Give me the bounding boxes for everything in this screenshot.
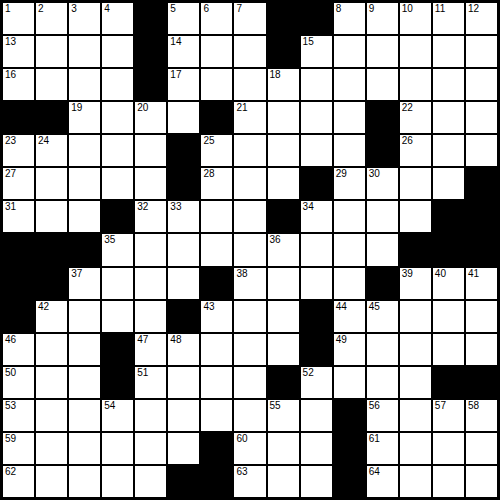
black-cell-r10c9: [301, 334, 332, 365]
black-cell-r9c5: [168, 301, 199, 332]
cell-r6c2[interactable]: [69, 201, 100, 232]
clue-number-63: 63: [236, 466, 247, 478]
clue-number-9: 9: [369, 3, 375, 15]
cell-r4c0[interactable]: 23: [3, 135, 34, 166]
clue-number-13: 13: [5, 36, 16, 48]
cell-r8c5[interactable]: [168, 268, 199, 299]
clue-number-20: 20: [137, 102, 148, 114]
cell-r4c3[interactable]: [102, 135, 133, 166]
black-cell-r7c13: [433, 234, 464, 265]
cell-r10c8[interactable]: [268, 334, 299, 365]
cell-r4c9[interactable]: [301, 135, 332, 166]
clue-number-18: 18: [270, 69, 281, 81]
clue-number-11: 11: [435, 3, 445, 15]
cell-r3c7[interactable]: 21: [234, 102, 265, 133]
cell-r10c0[interactable]: 46: [3, 334, 34, 365]
cell-r7c5[interactable]: [168, 234, 199, 265]
cell-r3c5[interactable]: [168, 102, 199, 133]
cell-r5c10[interactable]: 29: [334, 168, 365, 199]
clue-number-36: 36: [270, 234, 281, 246]
black-cell-r5c14: [466, 168, 497, 199]
cell-r10c5[interactable]: 48: [168, 334, 199, 365]
clue-number-24: 24: [38, 135, 49, 147]
black-cell-r11c14: [466, 367, 497, 398]
cell-r9c8[interactable]: [268, 301, 299, 332]
clue-number-17: 17: [170, 69, 181, 81]
cell-r11c5[interactable]: [168, 367, 199, 398]
clue-number-46: 46: [5, 334, 16, 346]
cell-r5c4[interactable]: [135, 168, 166, 199]
cell-r12c5[interactable]: [168, 400, 199, 431]
cell-r5c7[interactable]: [234, 168, 265, 199]
cell-r13c12[interactable]: [400, 433, 431, 464]
cell-r5c11[interactable]: 30: [367, 168, 398, 199]
black-cell-r1c8: [268, 36, 299, 67]
black-cell-r4c5: [168, 135, 199, 166]
cell-r12c6[interactable]: [201, 400, 232, 431]
cell-r1c13[interactable]: [433, 36, 464, 67]
clue-number-4: 4: [104, 3, 110, 15]
clue-number-33: 33: [170, 201, 181, 213]
black-cell-r3c1: [36, 102, 67, 133]
cell-r3c12[interactable]: 22: [400, 102, 431, 133]
clue-number-7: 7: [236, 3, 242, 15]
cell-r1c9[interactable]: 15: [301, 36, 332, 67]
black-cell-r7c12: [400, 234, 431, 265]
clue-number-37: 37: [71, 268, 82, 280]
black-cell-r7c1: [36, 234, 67, 265]
cell-r0c14[interactable]: 12: [466, 3, 497, 34]
cell-r4c6[interactable]: 25: [201, 135, 232, 166]
black-cell-r13c6: [201, 433, 232, 464]
clue-number-8: 8: [336, 3, 342, 15]
cell-r14c4[interactable]: [135, 466, 166, 497]
cell-r14c7[interactable]: 63: [234, 466, 265, 497]
cell-r9c11[interactable]: 45: [367, 301, 398, 332]
cell-r11c2[interactable]: [69, 367, 100, 398]
clue-number-23: 23: [5, 135, 16, 147]
cell-r10c2[interactable]: [69, 334, 100, 365]
cell-r9c2[interactable]: [69, 301, 100, 332]
cell-r1c14[interactable]: [466, 36, 497, 67]
cell-r3c9[interactable]: [301, 102, 332, 133]
clue-number-64: 64: [369, 466, 380, 478]
cell-r6c9[interactable]: 34: [301, 201, 332, 232]
cell-r4c7[interactable]: [234, 135, 265, 166]
cell-r4c14[interactable]: [466, 135, 497, 166]
black-cell-r7c14: [466, 234, 497, 265]
black-cell-r1c4: [135, 36, 166, 67]
cell-r12c9[interactable]: [301, 400, 332, 431]
clue-number-56: 56: [369, 400, 380, 412]
cell-r4c12[interactable]: 26: [400, 135, 431, 166]
cell-r1c2[interactable]: [69, 36, 100, 67]
cell-r6c1[interactable]: [36, 201, 67, 232]
cell-r13c9[interactable]: [301, 433, 332, 464]
cell-r9c13[interactable]: [433, 301, 464, 332]
clue-number-31: 31: [5, 201, 16, 213]
black-cell-r13c10: [334, 433, 365, 464]
black-cell-r0c9: [301, 3, 332, 34]
clue-number-19: 19: [71, 102, 82, 114]
cell-r0c3[interactable]: 4: [102, 3, 133, 34]
cell-r0c0[interactable]: 1: [3, 3, 34, 34]
cell-r13c2[interactable]: [69, 433, 100, 464]
clue-number-34: 34: [303, 201, 314, 213]
cell-r14c8[interactable]: [268, 466, 299, 497]
cell-r14c12[interactable]: [400, 466, 431, 497]
cell-r13c11[interactable]: 61: [367, 433, 398, 464]
crossword-board: 1234567891011121314151617181920212223242…: [0, 0, 500, 500]
cell-r10c12[interactable]: [400, 334, 431, 365]
cell-r14c1[interactable]: [36, 466, 67, 497]
clue-number-5: 5: [170, 3, 176, 15]
cell-r9c4[interactable]: [135, 301, 166, 332]
clue-number-22: 22: [402, 102, 413, 114]
cell-r2c9[interactable]: [301, 69, 332, 100]
cell-r9c1[interactable]: 42: [36, 301, 67, 332]
cell-r11c7[interactable]: [234, 367, 265, 398]
cell-r0c12[interactable]: 10: [400, 3, 431, 34]
cell-r8c9[interactable]: [301, 268, 332, 299]
cell-r1c1[interactable]: [36, 36, 67, 67]
cell-r9c3[interactable]: [102, 301, 133, 332]
cell-r5c0[interactable]: 27: [3, 168, 34, 199]
cell-r13c14[interactable]: [466, 433, 497, 464]
clue-number-40: 40: [435, 268, 446, 280]
cell-r14c3[interactable]: [102, 466, 133, 497]
cell-r11c6[interactable]: [201, 367, 232, 398]
cell-r0c1[interactable]: 2: [36, 3, 67, 34]
clue-number-29: 29: [336, 168, 347, 180]
cell-r0c10[interactable]: 8: [334, 3, 365, 34]
cell-r2c8[interactable]: 18: [268, 69, 299, 100]
black-cell-r9c0: [3, 301, 34, 332]
cell-r0c6[interactable]: 6: [201, 3, 232, 34]
cell-r11c1[interactable]: [36, 367, 67, 398]
cell-r9c6[interactable]: 43: [201, 301, 232, 332]
cell-r11c4[interactable]: 51: [135, 367, 166, 398]
cell-r3c8[interactable]: [268, 102, 299, 133]
clue-number-62: 62: [5, 466, 16, 478]
cell-r6c4[interactable]: 32: [135, 201, 166, 232]
cell-r0c7[interactable]: 7: [234, 3, 265, 34]
cell-r2c10[interactable]: [334, 69, 365, 100]
cell-r2c1[interactable]: [36, 69, 67, 100]
cell-r14c2[interactable]: [69, 466, 100, 497]
clue-number-15: 15: [303, 36, 314, 48]
clue-number-28: 28: [203, 168, 214, 180]
cell-r11c11[interactable]: [367, 367, 398, 398]
clue-number-26: 26: [402, 135, 413, 147]
cell-r0c13[interactable]: 11: [433, 3, 464, 34]
cell-r2c12[interactable]: [400, 69, 431, 100]
cell-r2c3[interactable]: [102, 69, 133, 100]
cell-r5c8[interactable]: [268, 168, 299, 199]
cell-r8c2[interactable]: 37: [69, 268, 100, 299]
black-cell-r14c6: [201, 466, 232, 497]
black-cell-r14c5: [168, 466, 199, 497]
black-cell-r5c9: [301, 168, 332, 199]
cell-r4c1[interactable]: 24: [36, 135, 67, 166]
cell-r12c8[interactable]: 55: [268, 400, 299, 431]
clue-number-25: 25: [203, 135, 214, 147]
clue-number-14: 14: [170, 36, 181, 48]
cell-r1c6[interactable]: [201, 36, 232, 67]
cell-r4c4[interactable]: [135, 135, 166, 166]
clue-number-1: 1: [5, 3, 11, 15]
clue-number-30: 30: [369, 168, 380, 180]
clue-number-49: 49: [336, 334, 347, 346]
clue-number-52: 52: [303, 367, 314, 379]
crossword-grid: 1234567891011121314151617181920212223242…: [3, 3, 497, 497]
black-cell-r11c8: [268, 367, 299, 398]
cell-r6c11[interactable]: [367, 201, 398, 232]
cell-r8c14[interactable]: 41: [466, 268, 497, 299]
cell-r8c3[interactable]: [102, 268, 133, 299]
cell-r5c13[interactable]: [433, 168, 464, 199]
clue-number-55: 55: [270, 400, 281, 412]
cell-r13c5[interactable]: [168, 433, 199, 464]
black-cell-r7c2: [69, 234, 100, 265]
cell-r1c11[interactable]: [367, 36, 398, 67]
black-cell-r6c3: [102, 201, 133, 232]
black-cell-r9c9: [301, 301, 332, 332]
cell-r5c12[interactable]: [400, 168, 431, 199]
cell-r10c1[interactable]: [36, 334, 67, 365]
cell-r14c14[interactable]: [466, 466, 497, 497]
cell-r2c11[interactable]: [367, 69, 398, 100]
black-cell-r0c8: [268, 3, 299, 34]
black-cell-r6c8: [268, 201, 299, 232]
clue-number-43: 43: [203, 301, 214, 313]
black-cell-r12c10: [334, 400, 365, 431]
clue-number-57: 57: [435, 400, 446, 412]
cell-r7c8[interactable]: 36: [268, 234, 299, 265]
cell-r4c10[interactable]: [334, 135, 365, 166]
clue-number-32: 32: [137, 201, 148, 213]
cell-r10c13[interactable]: [433, 334, 464, 365]
cell-r5c3[interactable]: [102, 168, 133, 199]
cell-r12c4[interactable]: [135, 400, 166, 431]
cell-r13c1[interactable]: [36, 433, 67, 464]
clue-number-2: 2: [38, 3, 44, 15]
clue-number-58: 58: [468, 400, 479, 412]
cell-r13c13[interactable]: [433, 433, 464, 464]
cell-r5c1[interactable]: [36, 168, 67, 199]
cell-r3c4[interactable]: 20: [135, 102, 166, 133]
cell-r10c10[interactable]: 49: [334, 334, 365, 365]
cell-r3c2[interactable]: 19: [69, 102, 100, 133]
clue-number-50: 50: [5, 367, 16, 379]
cell-r9c14[interactable]: [466, 301, 497, 332]
cell-r1c10[interactable]: [334, 36, 365, 67]
cell-r12c3[interactable]: 54: [102, 400, 133, 431]
cell-r6c6[interactable]: [201, 201, 232, 232]
cell-r13c7[interactable]: 60: [234, 433, 265, 464]
black-cell-r11c3: [102, 367, 133, 398]
cell-r2c0[interactable]: 16: [3, 69, 34, 100]
cell-r14c11[interactable]: 64: [367, 466, 398, 497]
black-cell-r3c11: [367, 102, 398, 133]
black-cell-r8c11: [367, 268, 398, 299]
black-cell-r10c3: [102, 334, 133, 365]
cell-r2c14[interactable]: [466, 69, 497, 100]
cell-r4c8[interactable]: [268, 135, 299, 166]
cell-r0c5[interactable]: 5: [168, 3, 199, 34]
clue-number-6: 6: [203, 3, 209, 15]
clue-number-42: 42: [38, 301, 49, 313]
cell-r9c10[interactable]: 44: [334, 301, 365, 332]
cell-r1c5[interactable]: 14: [168, 36, 199, 67]
cell-r1c12[interactable]: [400, 36, 431, 67]
cell-r3c13[interactable]: [433, 102, 464, 133]
black-cell-r14c10: [334, 466, 365, 497]
black-cell-r8c0: [3, 268, 34, 299]
clue-number-35: 35: [104, 234, 115, 246]
cell-r6c5[interactable]: 33: [168, 201, 199, 232]
cell-r6c12[interactable]: [400, 201, 431, 232]
clue-number-3: 3: [71, 3, 77, 15]
cell-r3c14[interactable]: [466, 102, 497, 133]
cell-r12c14[interactable]: 58: [466, 400, 497, 431]
clue-number-51: 51: [137, 367, 148, 379]
cell-r10c7[interactable]: [234, 334, 265, 365]
black-cell-r4c11: [367, 135, 398, 166]
cell-r12c13[interactable]: 57: [433, 400, 464, 431]
cell-r10c6[interactable]: [201, 334, 232, 365]
cell-r1c0[interactable]: 13: [3, 36, 34, 67]
cell-r6c10[interactable]: [334, 201, 365, 232]
cell-r13c8[interactable]: [268, 433, 299, 464]
cell-r12c0[interactable]: 53: [3, 400, 34, 431]
clue-number-21: 21: [236, 102, 247, 114]
black-cell-r2c4: [135, 69, 166, 100]
clue-number-53: 53: [5, 400, 16, 412]
clue-number-59: 59: [5, 433, 16, 445]
cell-r11c9[interactable]: 52: [301, 367, 332, 398]
clue-number-39: 39: [402, 268, 413, 280]
cell-r2c13[interactable]: [433, 69, 464, 100]
black-cell-r3c0: [3, 102, 34, 133]
cell-r7c6[interactable]: [201, 234, 232, 265]
black-cell-r3c6: [201, 102, 232, 133]
cell-r2c2[interactable]: [69, 69, 100, 100]
cell-r12c12[interactable]: [400, 400, 431, 431]
black-cell-r7c0: [3, 234, 34, 265]
cell-r14c0[interactable]: 62: [3, 466, 34, 497]
black-cell-r11c13: [433, 367, 464, 398]
cell-r10c11[interactable]: [367, 334, 398, 365]
cell-r5c6[interactable]: 28: [201, 168, 232, 199]
cell-r10c4[interactable]: 47: [135, 334, 166, 365]
clue-number-48: 48: [170, 334, 181, 346]
clue-number-54: 54: [104, 400, 115, 412]
clue-number-12: 12: [468, 3, 479, 15]
black-cell-r8c1: [36, 268, 67, 299]
cell-r8c13[interactable]: 40: [433, 268, 464, 299]
cell-r2c6[interactable]: [201, 69, 232, 100]
cell-r8c8[interactable]: [268, 268, 299, 299]
cell-r5c2[interactable]: [69, 168, 100, 199]
cell-r7c10[interactable]: [334, 234, 365, 265]
clue-number-44: 44: [336, 301, 347, 313]
cell-r2c5[interactable]: 17: [168, 69, 199, 100]
clue-number-60: 60: [236, 433, 247, 445]
cell-r7c11[interactable]: [367, 234, 398, 265]
cell-r12c1[interactable]: [36, 400, 67, 431]
cell-r7c4[interactable]: [135, 234, 166, 265]
cell-r12c11[interactable]: 56: [367, 400, 398, 431]
cell-r7c3[interactable]: 35: [102, 234, 133, 265]
cell-r3c3[interactable]: [102, 102, 133, 133]
cell-r9c12[interactable]: [400, 301, 431, 332]
cell-r4c13[interactable]: [433, 135, 464, 166]
cell-r2c7[interactable]: [234, 69, 265, 100]
black-cell-r6c14: [466, 201, 497, 232]
cell-r13c3[interactable]: [102, 433, 133, 464]
cell-r9c7[interactable]: [234, 301, 265, 332]
clue-number-41: 41: [468, 268, 479, 280]
cell-r1c3[interactable]: [102, 36, 133, 67]
clue-number-16: 16: [5, 69, 16, 81]
cell-r14c9[interactable]: [301, 466, 332, 497]
cell-r8c7[interactable]: 38: [234, 268, 265, 299]
cell-r8c12[interactable]: 39: [400, 268, 431, 299]
clue-number-38: 38: [236, 268, 247, 280]
clue-number-47: 47: [137, 334, 148, 346]
cell-r13c4[interactable]: [135, 433, 166, 464]
cell-r7c9[interactable]: [301, 234, 332, 265]
clue-number-45: 45: [369, 301, 380, 313]
cell-r0c11[interactable]: 9: [367, 3, 398, 34]
cell-r11c0[interactable]: 50: [3, 367, 34, 398]
clue-number-10: 10: [402, 3, 413, 15]
cell-r0c2[interactable]: 3: [69, 3, 100, 34]
black-cell-r0c4: [135, 3, 166, 34]
cell-r14c13[interactable]: [433, 466, 464, 497]
cell-r3c10[interactable]: [334, 102, 365, 133]
cell-r8c4[interactable]: [135, 268, 166, 299]
clue-number-27: 27: [5, 168, 16, 180]
clue-number-61: 61: [369, 433, 380, 445]
cell-r6c0[interactable]: 31: [3, 201, 34, 232]
black-cell-r6c13: [433, 201, 464, 232]
cell-r10c14[interactable]: [466, 334, 497, 365]
cell-r7c7[interactable]: [234, 234, 265, 265]
black-cell-r8c6: [201, 268, 232, 299]
black-cell-r5c5: [168, 168, 199, 199]
cell-r12c7[interactable]: [234, 400, 265, 431]
cell-r13c0[interactable]: 59: [3, 433, 34, 464]
cell-r11c12[interactable]: [400, 367, 431, 398]
cell-r8c10[interactable]: [334, 268, 365, 299]
cell-r12c2[interactable]: [69, 400, 100, 431]
cell-r4c2[interactable]: [69, 135, 100, 166]
cell-r6c7[interactable]: [234, 201, 265, 232]
cell-r11c10[interactable]: [334, 367, 365, 398]
cell-r1c7[interactable]: [234, 36, 265, 67]
